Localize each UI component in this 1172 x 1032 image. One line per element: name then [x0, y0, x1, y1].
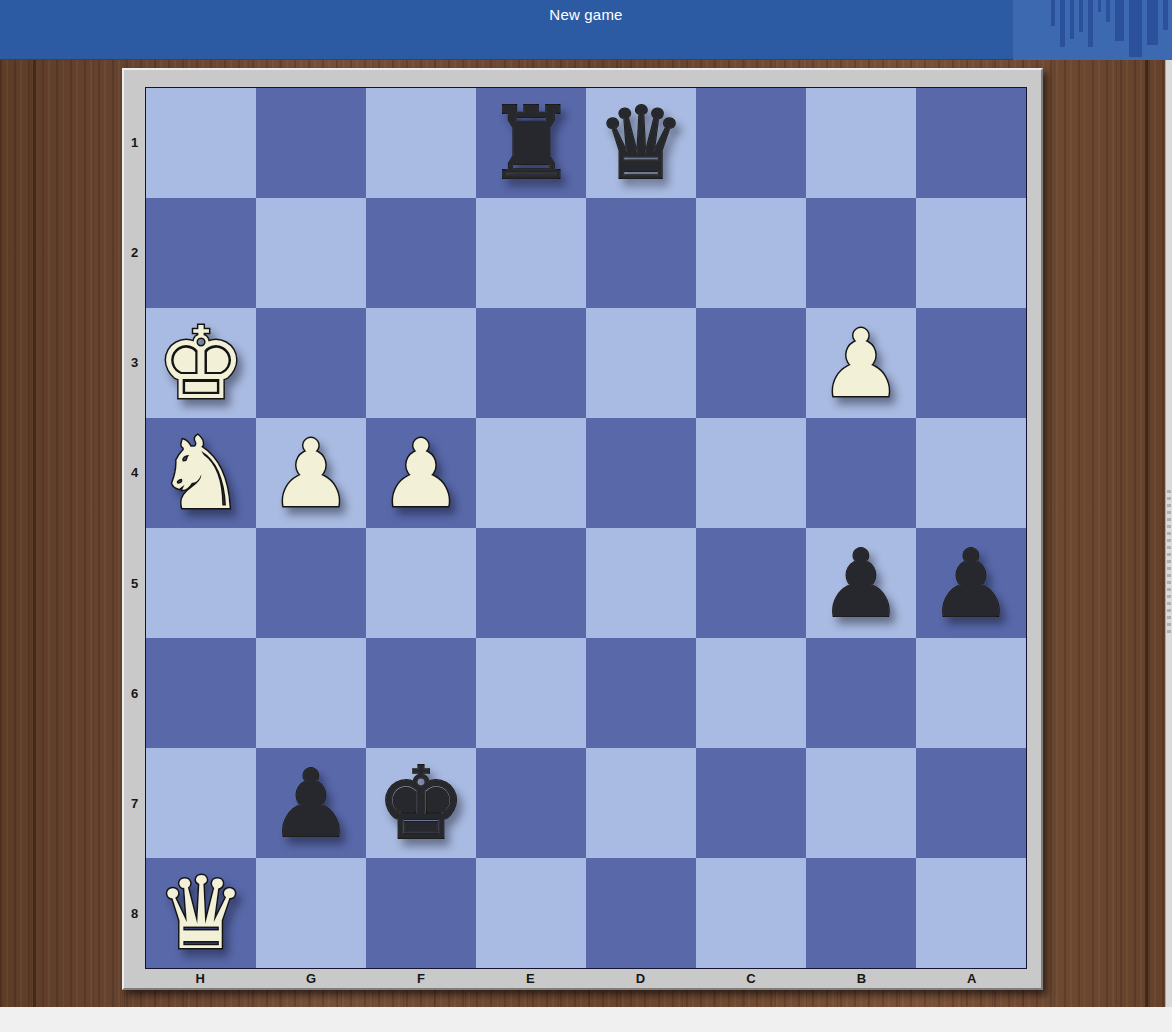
logo-bar-icon — [1088, 0, 1093, 47]
square-d8[interactable] — [586, 858, 696, 968]
square-b1[interactable] — [806, 88, 916, 198]
square-b7[interactable] — [806, 748, 916, 858]
logo-bar-icon — [1098, 0, 1101, 12]
square-c4[interactable] — [696, 418, 806, 528]
logo-bar-icon — [1079, 0, 1083, 32]
square-e1[interactable]: ♜ — [476, 88, 586, 198]
square-f5[interactable] — [366, 528, 476, 638]
square-g3[interactable] — [256, 308, 366, 418]
file-labels: HGFEDCBA — [145, 969, 1027, 987]
file-label-c: C — [696, 969, 806, 987]
rank-label-8: 8 — [124, 859, 145, 969]
square-b2[interactable] — [806, 198, 916, 308]
square-a7[interactable] — [916, 748, 1026, 858]
file-label-a: A — [917, 969, 1027, 987]
logo-bar-icon — [1106, 0, 1110, 22]
piece-white-knight[interactable]: ♞ — [156, 424, 246, 524]
square-d3[interactable] — [586, 308, 696, 418]
square-c3[interactable] — [696, 308, 806, 418]
rank-label-5: 5 — [124, 528, 145, 638]
logo-bar-icon — [1060, 0, 1065, 47]
file-label-g: G — [255, 969, 366, 987]
square-a8[interactable] — [916, 858, 1026, 968]
square-d7[interactable] — [586, 748, 696, 858]
logo-bar-icon — [1163, 0, 1168, 30]
board-frame: 12345678 HGFEDCBA ♜♛♚♟♞♟♟♟♟♟♚♛ — [122, 68, 1043, 990]
square-f7[interactable]: ♚ — [366, 748, 476, 858]
logo-bar-icon — [1070, 0, 1074, 39]
square-d4[interactable] — [586, 418, 696, 528]
square-f6[interactable] — [366, 638, 476, 748]
chess-board: ♜♛♚♟♞♟♟♟♟♟♚♛ — [145, 87, 1027, 969]
square-h1[interactable] — [146, 88, 256, 198]
square-e8[interactable] — [476, 858, 586, 968]
square-b4[interactable] — [806, 418, 916, 528]
square-b5[interactable]: ♟ — [806, 528, 916, 638]
square-b8[interactable] — [806, 858, 916, 968]
piece-white-queen[interactable]: ♛ — [156, 864, 246, 964]
file-label-d: D — [585, 969, 695, 987]
square-c7[interactable] — [696, 748, 806, 858]
rank-label-1: 1 — [124, 87, 145, 197]
rank-label-7: 7 — [124, 749, 145, 859]
logo-bar-icon — [1147, 0, 1158, 45]
scrollbar-strip[interactable] — [1165, 60, 1172, 1007]
square-g5[interactable] — [256, 528, 366, 638]
rank-label-3: 3 — [124, 308, 145, 418]
rank-label-4: 4 — [124, 418, 145, 528]
logo-bar-icon — [1129, 0, 1142, 57]
file-label-b: B — [806, 969, 916, 987]
square-g7[interactable]: ♟ — [256, 748, 366, 858]
rank-labels: 12345678 — [124, 87, 145, 969]
square-h3[interactable]: ♚ — [146, 308, 256, 418]
square-a2[interactable] — [916, 198, 1026, 308]
square-e3[interactable] — [476, 308, 586, 418]
app-logo — [1013, 0, 1172, 60]
square-g4[interactable]: ♟ — [256, 418, 366, 528]
piece-black-pawn[interactable]: ♟ — [929, 538, 1012, 631]
square-h6[interactable] — [146, 638, 256, 748]
square-f4[interactable]: ♟ — [366, 418, 476, 528]
square-c1[interactable] — [696, 88, 806, 198]
square-d2[interactable] — [586, 198, 696, 308]
square-a5[interactable]: ♟ — [916, 528, 1026, 638]
logo-bar-icon — [1115, 0, 1124, 41]
square-c6[interactable] — [696, 638, 806, 748]
square-a3[interactable] — [916, 308, 1026, 418]
piece-white-pawn[interactable]: ♟ — [379, 428, 462, 521]
file-label-f: F — [367, 969, 476, 987]
square-f8[interactable] — [366, 858, 476, 968]
piece-black-pawn[interactable]: ♟ — [269, 758, 352, 851]
square-e2[interactable] — [476, 198, 586, 308]
square-b3[interactable]: ♟ — [806, 308, 916, 418]
square-d6[interactable] — [586, 638, 696, 748]
square-c5[interactable] — [696, 528, 806, 638]
square-e5[interactable] — [476, 528, 586, 638]
square-g2[interactable] — [256, 198, 366, 308]
square-g6[interactable] — [256, 638, 366, 748]
square-h7[interactable] — [146, 748, 256, 858]
square-h8[interactable]: ♛ — [146, 858, 256, 968]
square-e7[interactable] — [476, 748, 586, 858]
square-g8[interactable] — [256, 858, 366, 968]
piece-white-pawn[interactable]: ♟ — [269, 428, 352, 521]
square-f1[interactable] — [366, 88, 476, 198]
square-f3[interactable] — [366, 308, 476, 418]
piece-black-pawn[interactable]: ♟ — [819, 538, 902, 631]
square-f2[interactable] — [366, 198, 476, 308]
square-e4[interactable] — [476, 418, 586, 528]
logo-bar-icon — [1051, 0, 1055, 26]
piece-black-king[interactable]: ♚ — [376, 754, 466, 854]
square-h5[interactable] — [146, 528, 256, 638]
square-h4[interactable]: ♞ — [146, 418, 256, 528]
piece-white-pawn[interactable]: ♟ — [819, 318, 902, 411]
square-h2[interactable] — [146, 198, 256, 308]
square-a6[interactable] — [916, 638, 1026, 748]
file-label-e: E — [476, 969, 586, 987]
title-bar: New game — [0, 0, 1172, 60]
square-c2[interactable] — [696, 198, 806, 308]
window-title: New game — [0, 6, 1172, 23]
rank-label-2: 2 — [124, 197, 145, 307]
square-e6[interactable] — [476, 638, 586, 748]
page-background — [0, 1007, 1172, 1032]
square-a4[interactable] — [916, 418, 1026, 528]
square-d5[interactable] — [586, 528, 696, 638]
square-b6[interactable] — [806, 638, 916, 748]
scrollbar-ticks-icon — [1167, 490, 1171, 635]
square-a1[interactable] — [916, 88, 1026, 198]
piece-white-king[interactable]: ♚ — [156, 314, 246, 414]
square-d1[interactable]: ♛ — [586, 88, 696, 198]
piece-black-queen[interactable]: ♛ — [596, 94, 686, 194]
rank-label-6: 6 — [124, 638, 145, 748]
piece-black-rook[interactable]: ♜ — [486, 94, 576, 194]
square-c8[interactable] — [696, 858, 806, 968]
square-g1[interactable] — [256, 88, 366, 198]
